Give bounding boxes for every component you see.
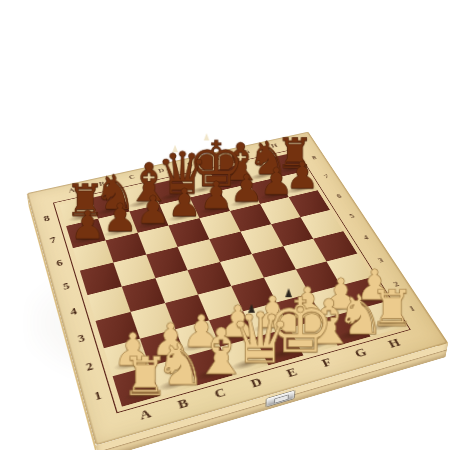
piece-white-rook: ♜ [121, 349, 167, 402]
product-photo: AABBCCDDEEFFGGHH1122334455667788♜♞♝♛♚♝♞♜… [0, 0, 450, 450]
pawn-glyph: ♟ [68, 206, 107, 245]
finial-tip [248, 304, 255, 313]
chess-board: AABBCCDDEEFFGGHH1122334455667788♜♞♝♛♚♝♞♜… [27, 132, 449, 446]
rook-glyph: ♜ [121, 349, 167, 402]
piece-black-pawn: ♟ [68, 206, 107, 245]
finial-tip [285, 288, 292, 297]
finial-tip [172, 145, 178, 152]
